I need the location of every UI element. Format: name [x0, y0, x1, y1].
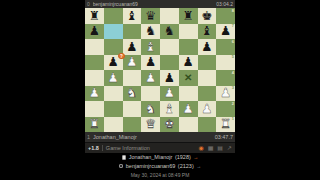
- square-c6[interactable]: ♟: [123, 39, 142, 55]
- square-e5[interactable]: [160, 55, 179, 71]
- square-c5[interactable]: ♟: [123, 55, 142, 71]
- evaluation-value: +1.8: [88, 145, 99, 151]
- square-e2[interactable]: ♝: [160, 101, 179, 117]
- top-player-score: 0: [87, 0, 90, 8]
- square-f5[interactable]: ♟: [179, 55, 198, 71]
- square-e1[interactable]: ♚: [160, 117, 179, 133]
- square-f4[interactable]: ✕: [179, 70, 198, 86]
- black-bishop-c8: ♝: [123, 8, 142, 24]
- black-player-rating: (2123): [178, 163, 194, 170]
- square-d2[interactable]: ♞: [141, 101, 160, 117]
- square-d5[interactable]: ♟: [141, 55, 160, 71]
- move-classification-badge: ?: [118, 53, 125, 60]
- square-g7[interactable]: ♝: [198, 24, 217, 40]
- black-knight-e7: ♞: [160, 24, 179, 40]
- game-information-label: Game Information: [106, 145, 196, 151]
- square-a3[interactable]: ♟: [85, 86, 104, 102]
- bottom-player-score: 1: [87, 132, 90, 142]
- square-a2[interactable]: [85, 101, 104, 117]
- square-d7[interactable]: ♞: [141, 24, 160, 40]
- black-queen-d8: ♛: [141, 8, 160, 24]
- black-player-name: benjaminjrcuanan69: [126, 163, 176, 170]
- square-h1[interactable]: ♜1: [216, 117, 235, 133]
- share-icon[interactable]: ↗: [227, 145, 232, 152]
- square-h5[interactable]: 5: [216, 55, 235, 71]
- game-date: May 30, 2024 at 08:49 PM: [131, 172, 190, 178]
- white-rook-a1: ♜: [85, 117, 104, 133]
- rank-coordinate-label: 2: [232, 102, 234, 106]
- white-queen-d1: ♛: [141, 117, 160, 133]
- bottom-player-clock: 03:47.7: [215, 132, 233, 142]
- square-h8[interactable]: 8: [216, 8, 235, 24]
- square-f3[interactable]: [179, 86, 198, 102]
- divider: [102, 145, 103, 151]
- white-bishop-e2: ♝: [160, 101, 179, 117]
- white-knight-d2: ♞: [141, 101, 160, 117]
- rank-coordinate-label: 6: [232, 40, 234, 44]
- square-c7[interactable]: [123, 24, 142, 40]
- square-a8[interactable]: ♜: [85, 8, 104, 24]
- square-b2[interactable]: [104, 101, 123, 117]
- white-player-color-icon: [122, 155, 127, 160]
- rank-coordinate-label: 7: [232, 24, 234, 28]
- rank-coordinate-label: 4: [232, 71, 234, 75]
- square-a7[interactable]: ♟: [85, 24, 104, 40]
- rank-coordinate-label: 8: [232, 9, 234, 13]
- square-d3[interactable]: [141, 86, 160, 102]
- square-c2[interactable]: [123, 101, 142, 117]
- top-player-clock: 03:04.2: [216, 0, 233, 8]
- square-e6[interactable]: [160, 39, 179, 55]
- black-pawn-d5: ♟: [141, 55, 160, 71]
- top-player-name: benjaminjrcuanan69: [93, 0, 214, 8]
- square-e8[interactable]: [160, 8, 179, 24]
- white-pawn-a3: ♟: [85, 86, 104, 102]
- white-player-row[interactable]: Jonathan_Mianojr (1928) →: [122, 154, 199, 161]
- white-pawn-b4: ♟: [104, 70, 123, 86]
- square-b7[interactable]: [104, 24, 123, 40]
- white-pawn-g2: ♟: [198, 101, 217, 117]
- square-f6[interactable]: [179, 39, 198, 55]
- white-result-arrow-icon: →: [193, 154, 198, 161]
- square-a6[interactable]: [85, 39, 104, 55]
- square-a1[interactable]: ♜: [85, 117, 104, 133]
- black-pawn-c6: ♟: [123, 39, 142, 55]
- square-g6[interactable]: ♟: [198, 39, 217, 55]
- square-e7[interactable]: ♞: [160, 24, 179, 40]
- black-result-arrow-icon: →: [196, 163, 201, 170]
- game-info-panel: Jonathan_Mianojr (1928) → benjaminjrcuan…: [85, 153, 235, 180]
- white-bishop-d6: ♝: [141, 39, 160, 55]
- square-g3[interactable]: [198, 86, 217, 102]
- white-rook-h1: ♜: [216, 117, 235, 133]
- white-king-e1: ♚: [160, 117, 179, 133]
- square-c3[interactable]: ♞: [123, 86, 142, 102]
- white-player-name: Jonathan_Mianojr: [129, 154, 173, 161]
- white-pawn-c5: ♟: [123, 55, 142, 71]
- square-b4[interactable]: ♟: [104, 70, 123, 86]
- square-g4[interactable]: [198, 70, 217, 86]
- square-c8[interactable]: ♝: [123, 8, 142, 24]
- square-c4[interactable]: [123, 70, 142, 86]
- square-g2[interactable]: ♟: [198, 101, 217, 117]
- rank-coordinate-label: 3: [232, 86, 234, 90]
- square-h7[interactable]: ♟7: [216, 24, 235, 40]
- analysis-toolbar: +1.8 Game Information ◉▦▤↗: [85, 142, 235, 153]
- black-pawn-a7: ♟: [85, 24, 104, 40]
- white-pawn-e3: ♟: [160, 86, 179, 102]
- rank-coordinate-label: 5: [232, 55, 234, 59]
- square-f7[interactable]: [179, 24, 198, 40]
- square-b5[interactable]: ♟?: [104, 55, 123, 71]
- black-pawn-h7: ♟: [216, 24, 235, 40]
- chess-board[interactable]: ♜♝♛♜♚8♟♞♞♝♟7♟♝♟6♟?♟♟♟5♟♟♟✕4♟♞♟♟3♞♝♟♟2♜♛♚…: [85, 8, 235, 132]
- square-b3[interactable]: [104, 86, 123, 102]
- square-e4[interactable]: ♟: [160, 70, 179, 86]
- square-c1[interactable]: [123, 117, 142, 133]
- square-b1[interactable]: [104, 117, 123, 133]
- black-rook-a8: ♜: [85, 8, 104, 24]
- black-player-color-icon: [119, 164, 124, 169]
- square-d6[interactable]: ♝: [141, 39, 160, 55]
- square-d8[interactable]: ♛: [141, 8, 160, 24]
- toolbar-icons: ◉▦▤↗: [198, 145, 232, 152]
- black-bishop-g7: ♝: [198, 24, 217, 40]
- square-e3[interactable]: ♟: [160, 86, 179, 102]
- board-grid-icon[interactable]: ▦: [208, 145, 214, 152]
- square-a5[interactable]: [85, 55, 104, 71]
- square-g5[interactable]: [198, 55, 217, 71]
- black-knight-d7: ♞: [141, 24, 160, 40]
- square-f2[interactable]: ♟: [179, 101, 198, 117]
- square-b8[interactable]: [104, 8, 123, 24]
- black-player-row[interactable]: benjaminjrcuanan69 (2123) →: [119, 163, 201, 170]
- black-pawn-g6: ♟: [198, 39, 217, 55]
- square-d4[interactable]: ♟: [141, 70, 160, 86]
- white-player-rating: (1928): [175, 154, 191, 161]
- annotation-x-icon-f4: ✕: [179, 70, 198, 86]
- square-h6[interactable]: 6: [216, 39, 235, 55]
- white-pawn-d4: ♟: [141, 70, 160, 86]
- square-g1[interactable]: [198, 117, 217, 133]
- square-f8[interactable]: ♜: [179, 8, 198, 24]
- notation-icon[interactable]: ▤: [217, 145, 223, 152]
- white-knight-c3: ♞: [123, 86, 142, 102]
- black-king-g8: ♚: [198, 8, 217, 24]
- black-rook-f8: ♜: [179, 8, 198, 24]
- square-h3[interactable]: ♟3: [216, 86, 235, 102]
- black-pawn-e4: ♟: [160, 70, 179, 86]
- bottom-player-bar: 1 Jonathan_Mianojr 03:47.7: [85, 132, 235, 142]
- square-g8[interactable]: ♚: [198, 8, 217, 24]
- square-f1[interactable]: [179, 117, 198, 133]
- black-pawn-f5: ♟: [179, 55, 198, 71]
- rank-coordinate-label: 1: [232, 117, 234, 121]
- bottom-player-name: Jonathan_Mianojr: [93, 132, 212, 142]
- square-d1[interactable]: ♛: [141, 117, 160, 133]
- square-h2[interactable]: 2: [216, 101, 235, 117]
- square-h4[interactable]: 4: [216, 70, 235, 86]
- app-screen: 0 benjaminjrcuanan69 03:04.2 ♜♝♛♜♚8♟♞♞♝♟…: [0, 0, 320, 180]
- square-a4[interactable]: [85, 70, 104, 86]
- white-pawn-h3: ♟: [216, 86, 235, 102]
- white-pawn-f2: ♟: [179, 101, 198, 117]
- top-player-bar: 0 benjaminjrcuanan69 03:04.2: [85, 0, 235, 8]
- engine-icon[interactable]: ◉: [198, 145, 203, 152]
